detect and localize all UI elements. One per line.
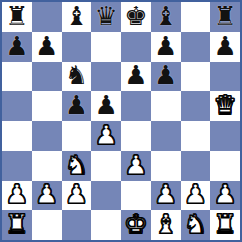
square-h6[interactable] — [210, 62, 240, 92]
square-e3[interactable]: ♟ — [121, 151, 151, 181]
square-a2[interactable]: ♟ — [2, 181, 32, 211]
white-pawn: ♟ — [65, 181, 88, 207]
square-e6[interactable]: ♟ — [121, 62, 151, 92]
square-d2[interactable] — [91, 181, 121, 211]
white-pawn: ♟ — [94, 122, 117, 148]
white-pawn: ♟ — [154, 181, 177, 207]
square-b5[interactable] — [32, 91, 62, 121]
square-a8[interactable]: ♜ — [2, 2, 32, 32]
square-f8[interactable]: ♝ — [151, 2, 181, 32]
square-c7[interactable] — [62, 32, 92, 62]
square-g8[interactable] — [181, 2, 211, 32]
square-g4[interactable] — [181, 121, 211, 151]
square-h4[interactable] — [210, 121, 240, 151]
square-a4[interactable] — [2, 121, 32, 151]
square-a6[interactable] — [2, 62, 32, 92]
square-c6[interactable]: ♞ — [62, 62, 92, 92]
square-e2[interactable] — [121, 181, 151, 211]
square-g3[interactable] — [181, 151, 211, 181]
square-b4[interactable] — [32, 121, 62, 151]
square-e4[interactable] — [121, 121, 151, 151]
black-pawn: ♟ — [154, 62, 177, 88]
square-b2[interactable]: ♟ — [32, 181, 62, 211]
white-pawn: ♟ — [35, 181, 58, 207]
square-d3[interactable] — [91, 151, 121, 181]
white-pawn: ♟ — [184, 181, 207, 207]
black-pawn: ♟ — [65, 92, 88, 118]
square-g6[interactable] — [181, 62, 211, 92]
square-b1[interactable] — [32, 210, 62, 240]
square-d8[interactable]: ♛ — [91, 2, 121, 32]
square-c5[interactable]: ♟ — [62, 91, 92, 121]
square-h7[interactable]: ♟ — [210, 32, 240, 62]
white-pawn: ♟ — [124, 152, 147, 178]
square-e7[interactable] — [121, 32, 151, 62]
white-knight: ♞ — [65, 152, 88, 178]
square-c3[interactable]: ♞ — [62, 151, 92, 181]
square-c8[interactable]: ♝ — [62, 2, 92, 32]
square-b6[interactable] — [32, 62, 62, 92]
square-d5[interactable]: ♟ — [91, 91, 121, 121]
square-b8[interactable] — [32, 2, 62, 32]
square-d4[interactable]: ♟ — [91, 121, 121, 151]
black-pawn: ♟ — [213, 33, 236, 59]
black-bishop: ♝ — [154, 3, 177, 29]
square-g7[interactable] — [181, 32, 211, 62]
square-h1[interactable]: ♜ — [210, 210, 240, 240]
square-e8[interactable]: ♚ — [121, 2, 151, 32]
square-f5[interactable] — [151, 91, 181, 121]
square-f2[interactable]: ♟ — [151, 181, 181, 211]
square-d6[interactable] — [91, 62, 121, 92]
white-bishop: ♝ — [154, 211, 177, 237]
white-knight: ♞ — [184, 211, 207, 237]
square-g1[interactable]: ♞ — [181, 210, 211, 240]
white-king: ♚ — [124, 211, 147, 237]
square-a5[interactable] — [2, 91, 32, 121]
black-pawn: ♟ — [94, 92, 117, 118]
square-g2[interactable]: ♟ — [181, 181, 211, 211]
white-pawn: ♟ — [213, 181, 236, 207]
square-a3[interactable] — [2, 151, 32, 181]
square-c2[interactable]: ♟ — [62, 181, 92, 211]
square-f1[interactable]: ♝ — [151, 210, 181, 240]
square-d7[interactable] — [91, 32, 121, 62]
square-d1[interactable] — [91, 210, 121, 240]
white-queen: ♛ — [213, 92, 236, 118]
black-knight: ♞ — [65, 62, 88, 88]
square-f7[interactable]: ♟ — [151, 32, 181, 62]
square-b3[interactable] — [32, 151, 62, 181]
black-pawn: ♟ — [35, 33, 58, 59]
square-e5[interactable] — [121, 91, 151, 121]
square-h5[interactable]: ♛ — [210, 91, 240, 121]
white-rook: ♜ — [5, 211, 28, 237]
chess-board: ♜♝♛♚♝♜♟♟♟♟♞♟♟♟♟♛♟♞♟♟♟♟♟♟♟♜♚♝♞♜ — [0, 0, 242, 242]
square-c4[interactable] — [62, 121, 92, 151]
black-rook: ♜ — [213, 3, 236, 29]
square-a1[interactable]: ♜ — [2, 210, 32, 240]
black-pawn: ♟ — [154, 33, 177, 59]
black-rook: ♜ — [5, 3, 28, 29]
black-pawn: ♟ — [5, 33, 28, 59]
square-g5[interactable] — [181, 91, 211, 121]
square-f6[interactable]: ♟ — [151, 62, 181, 92]
square-e1[interactable]: ♚ — [121, 210, 151, 240]
square-h8[interactable]: ♜ — [210, 2, 240, 32]
black-pawn: ♟ — [124, 62, 147, 88]
square-f3[interactable] — [151, 151, 181, 181]
square-b7[interactable]: ♟ — [32, 32, 62, 62]
black-bishop: ♝ — [65, 3, 88, 29]
square-f4[interactable] — [151, 121, 181, 151]
black-queen: ♛ — [94, 3, 117, 29]
white-rook: ♜ — [213, 211, 236, 237]
square-h2[interactable]: ♟ — [210, 181, 240, 211]
black-king: ♚ — [124, 3, 147, 29]
square-a7[interactable]: ♟ — [2, 32, 32, 62]
square-h3[interactable] — [210, 151, 240, 181]
white-pawn: ♟ — [5, 181, 28, 207]
square-c1[interactable] — [62, 210, 92, 240]
